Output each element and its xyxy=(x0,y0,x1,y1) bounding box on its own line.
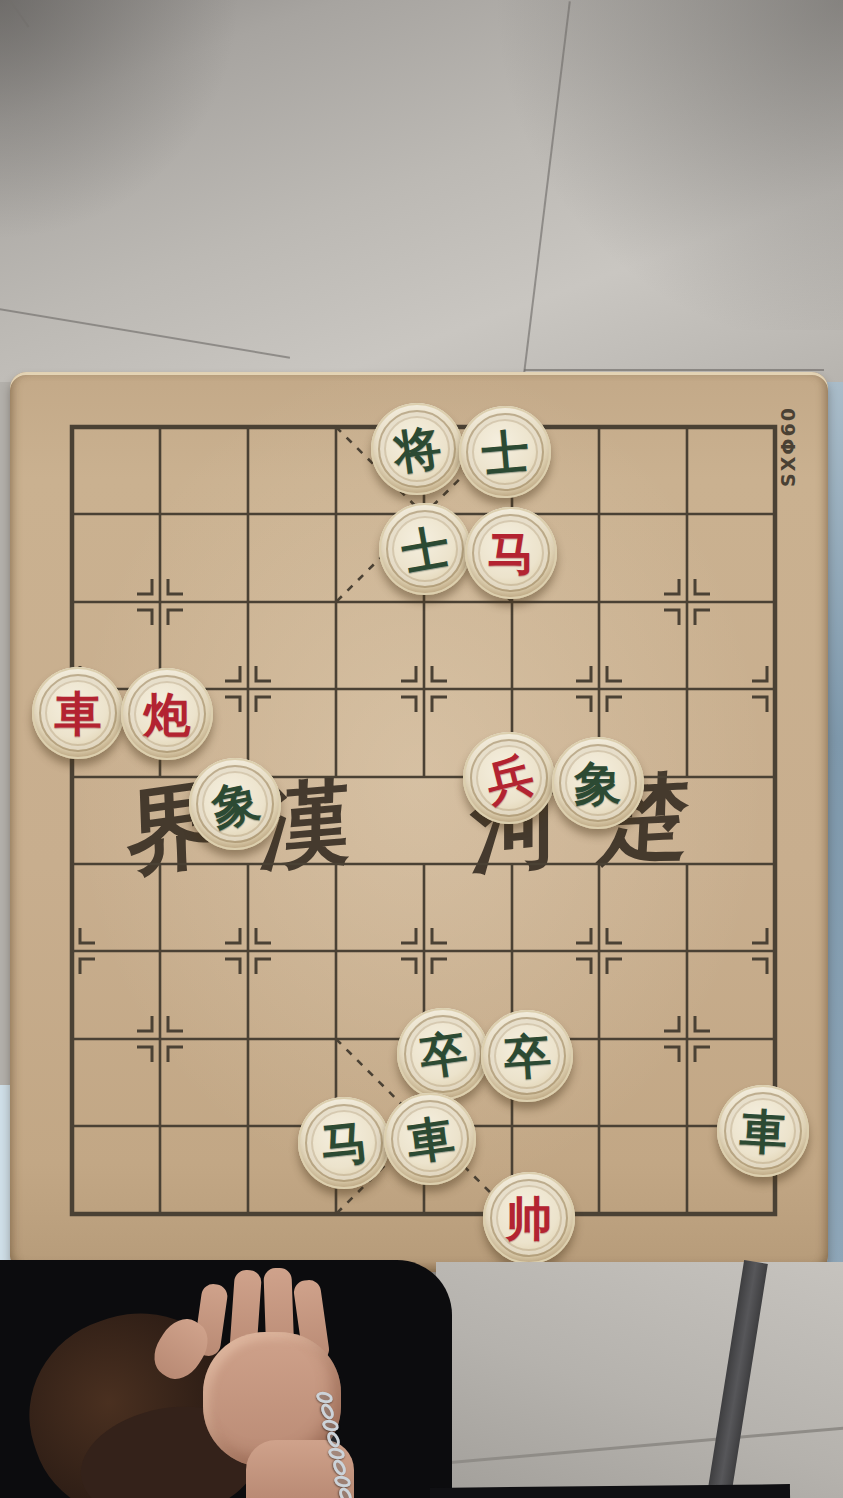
photo-scene: 界漢河楚 SXΦ60 将士士马車炮象兵象卒卒马車車帅 xyxy=(0,0,843,1498)
silver-bracelet xyxy=(0,0,843,1498)
bracelet-link xyxy=(336,1485,354,1498)
